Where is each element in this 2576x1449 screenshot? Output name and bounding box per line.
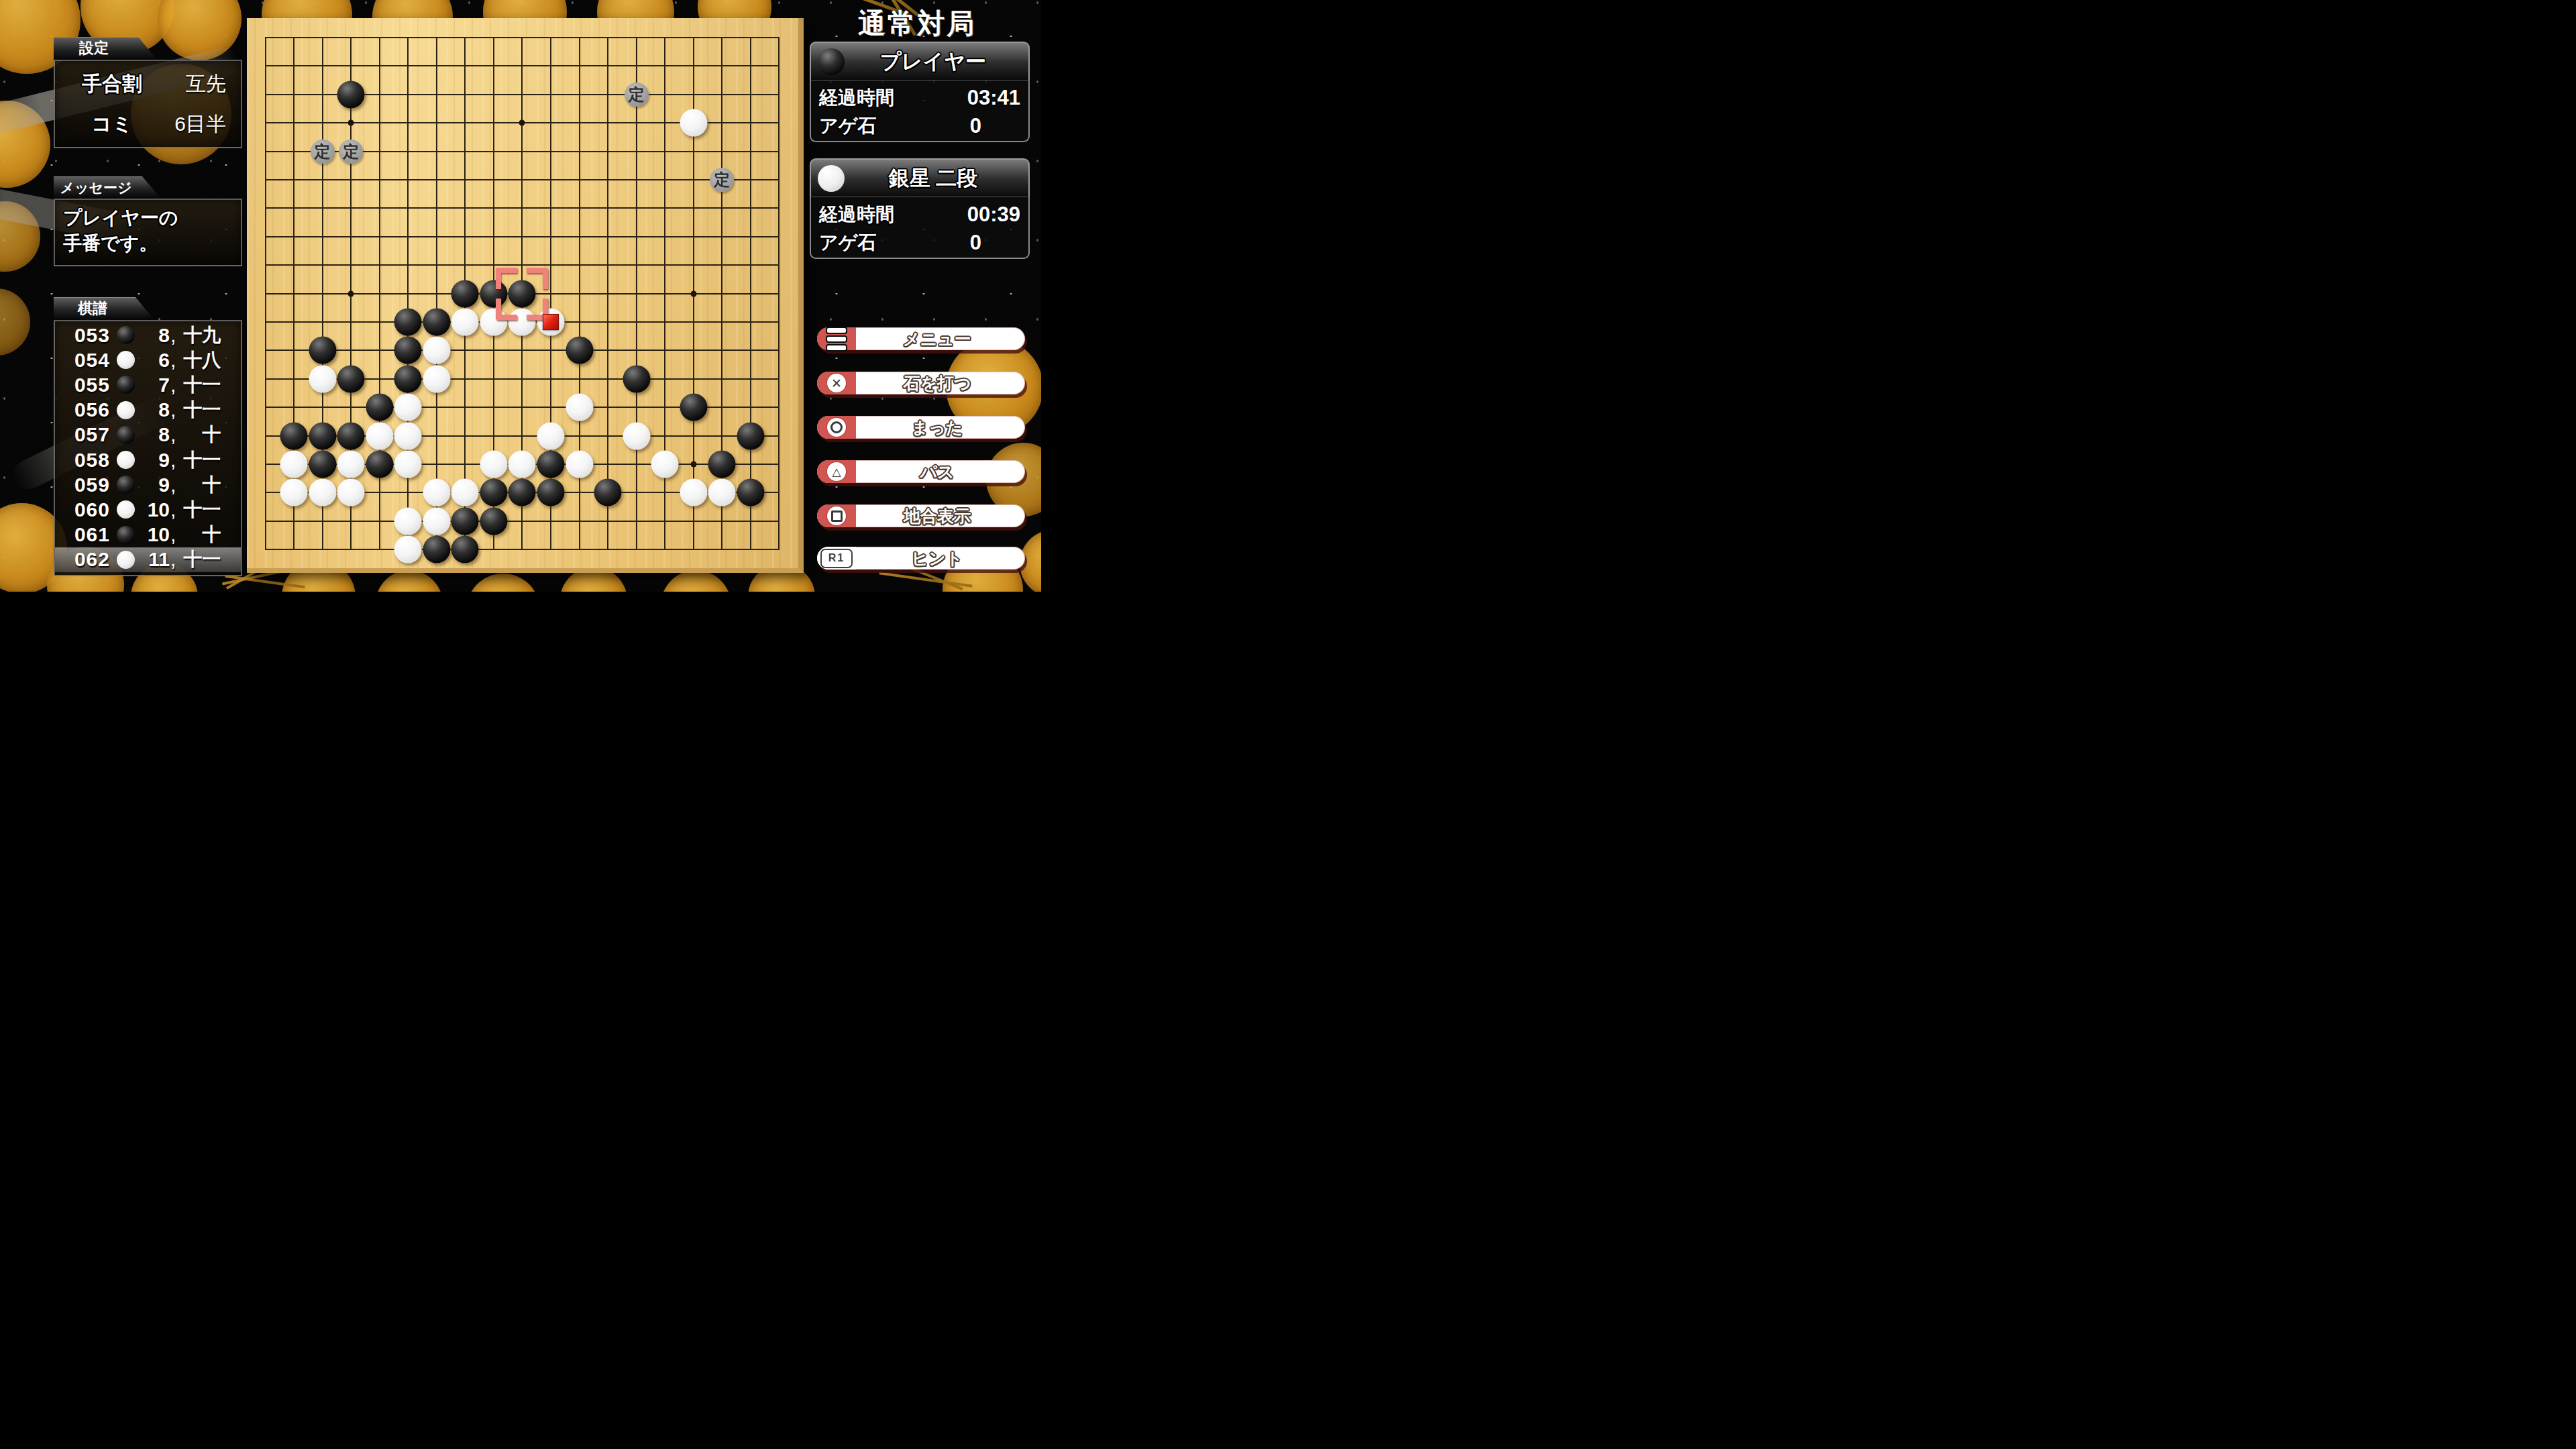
black-stone-icon: [117, 476, 135, 494]
move-number: 061: [60, 523, 110, 546]
move-col: 8: [138, 398, 170, 421]
hint-button-cap: R1: [817, 547, 856, 570]
white-stone: [680, 109, 707, 137]
move-row-kanji: 十八: [176, 347, 221, 373]
star-point: [690, 462, 696, 468]
menu-icon: [826, 325, 847, 353]
move-col: 9: [138, 449, 170, 472]
white-captures-value: 0: [970, 231, 1020, 255]
white-stone-icon: [117, 551, 135, 569]
comma: ,: [170, 324, 176, 347]
move-row-kanji: 十: [176, 422, 221, 447]
white-stone-icon: [818, 165, 845, 192]
settings-tab-label: 設定: [54, 38, 157, 59]
black-stone: [537, 451, 565, 478]
cross-icon: ✕: [827, 374, 846, 392]
black-time-label: 経過時間: [819, 85, 894, 111]
white-stone-icon: [117, 500, 135, 519]
comma: ,: [170, 349, 176, 372]
black-stone: [280, 422, 308, 449]
pass-button-label: パス: [856, 460, 1018, 483]
komi-label: コミ: [63, 111, 161, 138]
komi-row: コミ 6目半: [55, 107, 241, 142]
white-stone: [337, 479, 365, 506]
black-stone: [451, 280, 479, 307]
handicap-label: 手合割: [63, 70, 161, 98]
kifu-tab: 棋譜: [54, 297, 154, 320]
kifu-row[interactable]: 0546,十八: [55, 347, 241, 372]
white-stone: [451, 479, 479, 506]
pass-button[interactable]: △ パス: [817, 460, 1025, 483]
kifu-row[interactable]: 0578,十: [55, 423, 241, 447]
white-stone: [508, 451, 536, 478]
grid-line-vertical: [750, 37, 751, 550]
player-black-header: プレイヤー: [810, 42, 1030, 80]
cursor-corner-tr: [527, 268, 548, 289]
player-black-name: プレイヤー: [845, 48, 1022, 76]
undo-button[interactable]: まった: [817, 416, 1025, 439]
black-stone: [708, 451, 736, 478]
move-col: 8: [138, 324, 170, 347]
black-stone: [366, 394, 393, 421]
move-col: 10: [138, 498, 170, 521]
white-stone: [394, 507, 422, 535]
white-stone: [623, 422, 650, 449]
white-time-label: 経過時間: [819, 202, 894, 227]
black-stone: [366, 451, 393, 478]
last-move-marker: [543, 314, 559, 330]
white-stone: [480, 451, 507, 478]
message-tab: メッセージ: [54, 176, 161, 199]
move-row-kanji: 十一: [176, 397, 221, 423]
move-col: 10: [138, 523, 170, 546]
kifu-row[interactable]: 0557,十一: [55, 372, 241, 397]
grid-line-horizontal: [265, 549, 780, 550]
white-stone-icon: [117, 351, 135, 369]
handicap-value: 互先: [161, 70, 231, 98]
menu-button[interactable]: メニュー: [817, 327, 1025, 350]
white-stone: [337, 451, 365, 478]
white-stone: [394, 536, 422, 563]
grid-line-vertical: [607, 37, 608, 550]
move-number: 062: [60, 548, 110, 571]
black-stone: [737, 479, 764, 506]
hint-button[interactable]: R1 ヒント: [817, 547, 1025, 570]
move-row-kanji: 十一: [176, 372, 221, 398]
black-stone: [566, 337, 593, 364]
star-point: [690, 290, 696, 297]
comma: ,: [170, 423, 176, 446]
kifu-row[interactable]: 06110,十: [55, 523, 241, 547]
white-stone: [423, 337, 450, 364]
player-panel-white: 銀星 二段 経過時間 00:39 アゲ石 0: [810, 158, 1030, 259]
move-number: 054: [60, 349, 110, 372]
joseki-mark[interactable]: 定: [625, 83, 649, 107]
menu-button-label: メニュー: [856, 327, 1018, 350]
black-stone-icon: [117, 376, 135, 394]
go-board[interactable]: 定定定定: [247, 18, 804, 573]
territory-button-cap: [817, 504, 856, 527]
undo-button-label: まった: [856, 416, 1018, 439]
comma: ,: [170, 398, 176, 421]
joseki-mark[interactable]: 定: [311, 140, 335, 164]
black-stone: [480, 479, 507, 506]
black-stone: [309, 337, 336, 364]
move-number: 060: [60, 498, 110, 521]
player-panel-black: プレイヤー 経過時間 03:41 アゲ石 0: [810, 42, 1030, 142]
move-col: 9: [138, 474, 170, 496]
move-number: 059: [60, 474, 110, 496]
handicap-row: 手合割 互先: [55, 66, 241, 101]
white-stone: [366, 422, 393, 449]
white-stone-icon: [117, 401, 135, 419]
white-stone: [651, 451, 679, 478]
white-stone: [680, 479, 707, 506]
move-col: 7: [138, 374, 170, 396]
move-col: 8: [138, 423, 170, 446]
black-stone: [337, 422, 365, 449]
kifu-row[interactable]: 0589,十一: [55, 447, 241, 472]
white-stone: [309, 479, 336, 506]
white-stone: [423, 479, 450, 506]
move-number: 053: [60, 324, 110, 347]
hint-button-label: ヒント: [856, 547, 1018, 570]
message-panel: メッセージ プレイヤーの 手番です。: [54, 176, 242, 266]
white-captures-row: アゲ石 0: [819, 229, 1020, 257]
black-stone: [737, 422, 764, 449]
black-time-value: 03:41: [967, 86, 1020, 110]
kifu-row[interactable]: 06010,十一: [55, 497, 241, 522]
black-stone: [480, 507, 507, 535]
move-row-kanji: 十九: [176, 323, 221, 348]
message-line-2: 手番です。: [63, 231, 241, 256]
game-screen: 設定 手合割 互先 コミ 6目半 メッセージ プレイヤーの 手番です。 棋譜 0…: [0, 0, 1041, 592]
kifu-row[interactable]: 06211,十一: [55, 547, 241, 572]
white-stone: [394, 451, 422, 478]
menu-button-cap: [817, 327, 856, 350]
black-stone: [394, 309, 422, 336]
r1-icon: R1: [820, 549, 853, 568]
komi-value: 6目半: [161, 111, 231, 138]
move-row-kanji: 十: [176, 472, 221, 498]
white-time-row: 経過時間 00:39: [819, 201, 1020, 229]
player-white-header: 銀星 二段: [810, 158, 1030, 197]
grid-line-vertical: [778, 37, 780, 550]
white-stone: [537, 422, 565, 449]
cursor-corner-tl: [496, 268, 517, 289]
territory-button[interactable]: 地合表示: [817, 504, 1025, 527]
settings-tab: 設定: [54, 37, 157, 60]
mode-title: 通常対局: [847, 5, 987, 42]
white-stone: [451, 309, 479, 336]
black-stone: [423, 309, 450, 336]
black-stone-icon: [117, 526, 135, 544]
message-line-1: プレイヤーの: [63, 205, 241, 231]
kifu-panel: 棋譜 0538,十九0546,十八0557,十一0568,十一0578,十058…: [54, 297, 242, 576]
grid-line-horizontal: [265, 350, 780, 351]
black-stone-icon: [818, 48, 845, 75]
move-col: 6: [138, 349, 170, 372]
settings-panel: 設定 手合割 互先 コミ 6目半: [54, 37, 242, 148]
star-point: [348, 290, 354, 297]
black-stone: [309, 451, 336, 478]
white-stone: [309, 365, 336, 392]
player-white-name: 銀星 二段: [845, 164, 1022, 193]
move-row-kanji: 十: [176, 522, 221, 547]
black-stone: [337, 365, 365, 392]
grid-line-horizontal: [265, 521, 780, 522]
black-stone: [394, 337, 422, 364]
kifu-tab-label: 棋譜: [54, 298, 154, 319]
black-stone: [451, 536, 479, 563]
joseki-mark[interactable]: 定: [710, 168, 734, 192]
square-icon: [827, 506, 846, 525]
comma: ,: [170, 374, 176, 396]
move-row-kanji: 十一: [176, 447, 221, 473]
black-stone: [623, 365, 650, 392]
white-captures-label: アゲ石: [819, 230, 876, 256]
white-stone: [708, 479, 736, 506]
comma: ,: [170, 498, 176, 521]
black-time-row: 経過時間 03:41: [819, 84, 1020, 112]
move-row-kanji: 十一: [176, 547, 221, 572]
kifu-row[interactable]: 0538,十九: [55, 323, 241, 347]
circle-icon: [827, 418, 846, 437]
kifu-list[interactable]: 0538,十九0546,十八0557,十一0568,十一0578,十0589,十…: [54, 320, 242, 576]
white-stone: [280, 451, 308, 478]
white-time-value: 00:39: [967, 203, 1020, 227]
black-stone: [451, 507, 479, 535]
move-row-kanji: 十一: [176, 497, 221, 523]
black-captures-value: 0: [970, 114, 1020, 138]
star-point: [348, 120, 354, 126]
board-cursor[interactable]: [496, 268, 548, 320]
undo-button-cap: [817, 416, 856, 439]
black-stone: [680, 394, 707, 421]
white-stone: [423, 365, 450, 392]
joseki-mark[interactable]: 定: [339, 140, 363, 164]
grid-line-vertical: [636, 37, 637, 550]
pass-button-cap: △: [817, 460, 856, 483]
cursor-corner-bl: [496, 299, 517, 320]
white-stone: [423, 507, 450, 535]
kifu-row[interactable]: 0599,十: [55, 472, 241, 497]
move-number: 056: [60, 398, 110, 421]
black-stone: [394, 365, 422, 392]
star-point: [519, 120, 525, 126]
black-stone: [594, 479, 622, 506]
black-stone: [309, 422, 336, 449]
black-stone: [508, 479, 536, 506]
black-stone-icon: [117, 426, 135, 444]
black-captures-row: アゲ石 0: [819, 112, 1020, 140]
white-stone: [566, 451, 593, 478]
white-stone-icon: [117, 451, 135, 469]
comma: ,: [170, 474, 176, 496]
move-number: 057: [60, 423, 110, 446]
white-stone: [394, 394, 422, 421]
move-number: 058: [60, 449, 110, 472]
black-captures-label: アゲ石: [819, 113, 876, 139]
kifu-row[interactable]: 0568,十一: [55, 398, 241, 423]
white-stone: [566, 394, 593, 421]
place-stone-button[interactable]: ✕ 石を打つ: [817, 372, 1025, 394]
black-stone-icon: [117, 326, 135, 344]
white-stone: [280, 479, 308, 506]
move-number: 055: [60, 374, 110, 396]
triangle-icon: △: [827, 462, 846, 481]
comma: ,: [170, 548, 176, 571]
message-tab-label: メッセージ: [54, 177, 161, 198]
white-stone: [394, 422, 422, 449]
move-col: 11: [138, 548, 170, 571]
black-stone: [423, 536, 450, 563]
place-stone-button-label: 石を打つ: [856, 372, 1018, 394]
black-stone: [537, 479, 565, 506]
place-stone-button-cap: ✕: [817, 372, 856, 394]
comma: ,: [170, 449, 176, 472]
black-stone: [337, 80, 365, 108]
comma: ,: [170, 523, 176, 546]
territory-button-label: 地合表示: [856, 504, 1018, 527]
